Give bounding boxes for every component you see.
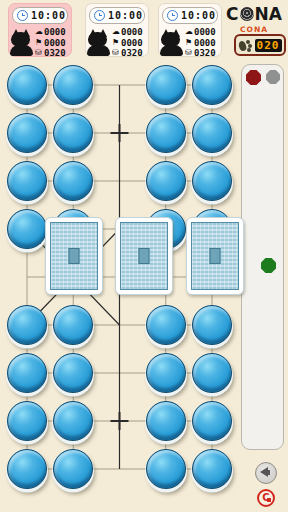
cat-avatar-icon xyxy=(160,29,184,57)
hidden-piece-disc[interactable] xyxy=(192,161,232,201)
card-back-pattern xyxy=(191,222,239,290)
hidden-piece-disc[interactable] xyxy=(7,449,47,489)
stat-value: 0000 xyxy=(121,27,143,37)
hidden-piece-disc[interactable] xyxy=(146,305,186,345)
stat-value: 0000 xyxy=(194,38,216,48)
coins-icon: ⛁ xyxy=(112,49,121,57)
coins-icon: ⛁ xyxy=(185,49,194,57)
player-panel-2[interactable]: 10:00 ☁0000 ⚑0000 ⛁0320 xyxy=(85,3,149,57)
stat-value: 0000 xyxy=(121,38,143,48)
hidden-piece-disc[interactable] xyxy=(53,161,93,201)
player-stats: ☁0000 ⚑0000 ⛁0320 xyxy=(112,27,149,59)
gray-gem-icon[interactable] xyxy=(266,70,280,84)
cat-avatar-icon xyxy=(87,29,111,57)
timer-value: 10:00 xyxy=(108,10,143,21)
hidden-piece-disc[interactable] xyxy=(192,305,232,345)
brand-badge-button[interactable]: C xyxy=(257,489,275,507)
player-stats: ☁0000 ⚑0000 ⛁0320 xyxy=(35,27,72,59)
player-panel-3[interactable]: 10:00 ☁0000 ⚑0000 ⛁0320 xyxy=(158,3,222,57)
game-screen: 10:00 ☁0000 ⚑0000 ⛁0320 10:00 ☁0000 ⚑000… xyxy=(0,0,288,512)
hidden-piece-disc[interactable] xyxy=(7,65,47,105)
player-stats: ☁0000 ⚑0000 ⛁0320 xyxy=(185,27,222,59)
hidden-piece-disc[interactable] xyxy=(7,305,47,345)
timer-box: 10:00 xyxy=(162,7,218,24)
cloud-icon: ☁ xyxy=(35,28,44,36)
hidden-piece-disc[interactable] xyxy=(53,353,93,393)
yarn-ball-o-icon xyxy=(240,7,254,21)
green-gem-icon[interactable] xyxy=(261,258,276,273)
hidden-piece-disc[interactable] xyxy=(53,449,93,489)
hidden-piece-disc[interactable] xyxy=(192,401,232,441)
hidden-piece-disc[interactable] xyxy=(53,401,93,441)
hidden-piece-disc[interactable] xyxy=(146,449,186,489)
card-back-pattern xyxy=(120,222,168,290)
stat-value: 0320 xyxy=(194,48,216,58)
clock-icon xyxy=(167,10,178,21)
stat-value: 0320 xyxy=(44,48,66,58)
stat-value: 0320 xyxy=(121,48,143,58)
timer-box: 10:00 xyxy=(89,7,145,24)
hidden-piece-disc[interactable] xyxy=(146,113,186,153)
timer-value: 10:00 xyxy=(181,10,216,21)
paw-counter-value: 020 xyxy=(255,39,282,52)
hidden-piece-disc[interactable] xyxy=(146,401,186,441)
sound-button[interactable] xyxy=(255,462,277,484)
red-gem-icon[interactable] xyxy=(246,70,261,85)
paw-counter-button[interactable]: 020 xyxy=(234,34,286,56)
stat-value: 0000 xyxy=(44,27,66,37)
clock-icon xyxy=(17,10,28,21)
stat-value: 0000 xyxy=(194,27,216,37)
face-down-card-1[interactable] xyxy=(45,217,103,295)
face-down-card-2[interactable] xyxy=(115,217,173,295)
hidden-piece-disc[interactable] xyxy=(192,65,232,105)
hidden-piece-disc[interactable] xyxy=(192,113,232,153)
stat-value: 0000 xyxy=(44,38,66,48)
flag-icon: ⚑ xyxy=(185,39,194,47)
hidden-piece-disc[interactable] xyxy=(7,161,47,201)
logo-word: CNA xyxy=(222,4,286,24)
hidden-piece-disc[interactable] xyxy=(146,353,186,393)
hidden-piece-disc[interactable] xyxy=(53,113,93,153)
card-back-pattern xyxy=(50,222,98,290)
hidden-piece-disc[interactable] xyxy=(7,401,47,441)
hidden-piece-disc[interactable] xyxy=(192,353,232,393)
paw-icon xyxy=(239,39,252,52)
side-tray-panel xyxy=(241,64,284,450)
cloud-icon: ☁ xyxy=(185,28,194,36)
cloud-icon: ☁ xyxy=(112,28,121,36)
hidden-piece-disc[interactable] xyxy=(7,113,47,153)
flag-icon: ⚑ xyxy=(35,39,44,47)
hidden-piece-disc[interactable] xyxy=(146,161,186,201)
coins-icon: ⛁ xyxy=(35,49,44,57)
hidden-piece-disc[interactable] xyxy=(7,209,47,249)
clock-icon xyxy=(94,10,105,21)
timer-value: 10:00 xyxy=(31,10,66,21)
flag-icon: ⚑ xyxy=(112,39,121,47)
hidden-piece-disc[interactable] xyxy=(146,65,186,105)
hidden-piece-disc[interactable] xyxy=(53,305,93,345)
cat-avatar-icon xyxy=(10,29,34,57)
face-down-card-3[interactable] xyxy=(186,217,244,295)
hidden-piece-disc[interactable] xyxy=(192,449,232,489)
hidden-piece-disc[interactable] xyxy=(53,65,93,105)
hidden-piece-disc[interactable] xyxy=(7,353,47,393)
timer-box: 10:00 xyxy=(12,7,68,24)
player-panel-1[interactable]: 10:00 ☁0000 ⚑0000 ⛁0320 xyxy=(8,3,72,57)
